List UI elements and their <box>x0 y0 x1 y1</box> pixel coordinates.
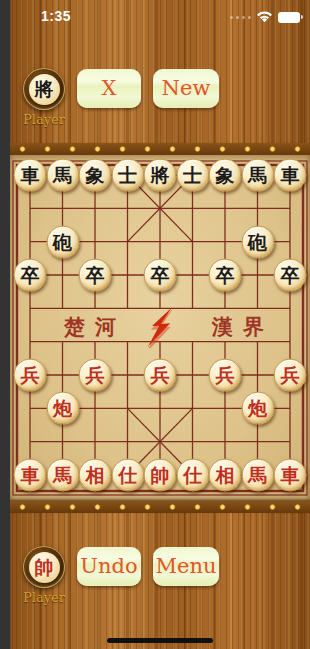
battery-icon <box>278 12 300 23</box>
black-piece-卒[interactable]: 卒 <box>274 258 307 291</box>
red-general-piece-badge: 帥 <box>23 546 65 588</box>
board-bottom-edge <box>10 501 310 513</box>
red-piece-相[interactable]: 相 <box>209 458 242 491</box>
status-bar: 1:35 <box>10 0 310 30</box>
black-piece-卒[interactable]: 卒 <box>209 258 242 291</box>
red-piece-馬[interactable]: 馬 <box>46 458 79 491</box>
top-player-indicator: 將 Player <box>22 62 66 127</box>
red-piece-仕[interactable]: 仕 <box>176 458 209 491</box>
home-indicator[interactable] <box>107 638 213 643</box>
black-piece-車[interactable]: 車 <box>14 159 47 192</box>
bottom-player-bar: 帥 Player Undo Menu <box>10 540 310 610</box>
black-piece-卒[interactable]: 卒 <box>144 258 177 291</box>
xiangqi-board[interactable]: 楚河 漢界 車馬象士將士象馬車砲砲卒卒卒卒卒兵兵兵兵兵炮炮車馬相仕帥仕相馬車 <box>10 143 310 513</box>
board-top-edge <box>10 143 310 155</box>
black-piece-車[interactable]: 車 <box>274 159 307 192</box>
black-piece-砲[interactable]: 砲 <box>46 225 79 258</box>
bottom-player-label: Player <box>22 590 66 605</box>
status-time: 1:35 <box>36 8 76 24</box>
red-piece-兵[interactable]: 兵 <box>209 358 242 391</box>
red-piece-帥[interactable]: 帥 <box>144 458 177 491</box>
black-piece-卒[interactable]: 卒 <box>14 258 47 291</box>
undo-button[interactable]: Undo <box>77 547 141 586</box>
black-piece-馬[interactable]: 馬 <box>241 159 274 192</box>
black-piece-卒[interactable]: 卒 <box>79 258 112 291</box>
black-general-piece-badge: 將 <box>23 68 65 110</box>
close-button[interactable]: X <box>77 69 141 108</box>
red-piece-兵[interactable]: 兵 <box>144 358 177 391</box>
black-piece-士[interactable]: 士 <box>176 159 209 192</box>
red-piece-車[interactable]: 車 <box>274 458 307 491</box>
red-piece-馬[interactable]: 馬 <box>241 458 274 491</box>
top-player-bar: 將 Player X New <box>10 62 310 132</box>
app-screen: 1:35 將 Player X New 楚河 <box>10 0 310 649</box>
red-piece-兵[interactable]: 兵 <box>79 358 112 391</box>
top-player-label: Player <box>22 112 66 127</box>
red-piece-車[interactable]: 車 <box>14 458 47 491</box>
board-surface[interactable]: 楚河 漢界 車馬象士將士象馬車砲砲卒卒卒卒卒兵兵兵兵兵炮炮車馬相仕帥仕相馬車 <box>10 155 310 501</box>
red-piece-仕[interactable]: 仕 <box>111 458 144 491</box>
black-piece-砲[interactable]: 砲 <box>241 225 274 258</box>
black-general-glyph: 將 <box>35 80 54 99</box>
cellular-signal-icon <box>230 16 251 19</box>
black-piece-象[interactable]: 象 <box>79 159 112 192</box>
red-general-glyph: 帥 <box>35 558 54 577</box>
red-piece-兵[interactable]: 兵 <box>274 358 307 391</box>
black-piece-士[interactable]: 士 <box>111 159 144 192</box>
new-game-button[interactable]: New <box>153 69 219 108</box>
black-piece-象[interactable]: 象 <box>209 159 242 192</box>
black-piece-馬[interactable]: 馬 <box>46 159 79 192</box>
pieces-layer: 車馬象士將士象馬車砲砲卒卒卒卒卒兵兵兵兵兵炮炮車馬相仕帥仕相馬車 <box>10 155 310 501</box>
black-piece-將[interactable]: 將 <box>144 159 177 192</box>
bottom-player-indicator: 帥 Player <box>22 540 66 605</box>
menu-button[interactable]: Menu <box>153 547 219 586</box>
red-piece-相[interactable]: 相 <box>79 458 112 491</box>
wifi-icon <box>256 11 273 23</box>
red-piece-炮[interactable]: 炮 <box>46 392 79 425</box>
red-piece-炮[interactable]: 炮 <box>241 392 274 425</box>
red-piece-兵[interactable]: 兵 <box>14 358 47 391</box>
